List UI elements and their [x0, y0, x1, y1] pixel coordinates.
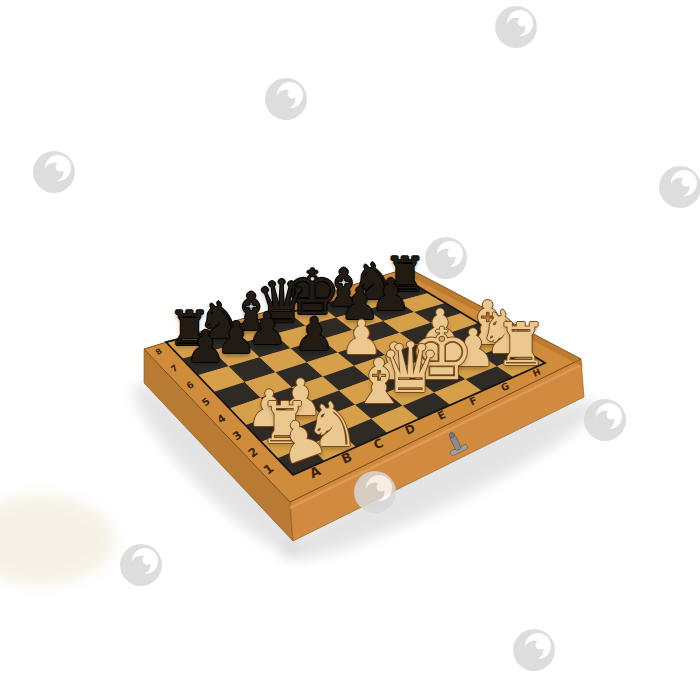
stock-photo: ABCDEFGH12345678 ♜♞♝♟♚♟♛♝♞♝♟♟♜♟♟♟♞♟♜♟♟♚♛…	[0, 0, 700, 700]
chess-board: ABCDEFGH12345678	[0, 0, 700, 700]
background-shadow	[0, 495, 115, 585]
